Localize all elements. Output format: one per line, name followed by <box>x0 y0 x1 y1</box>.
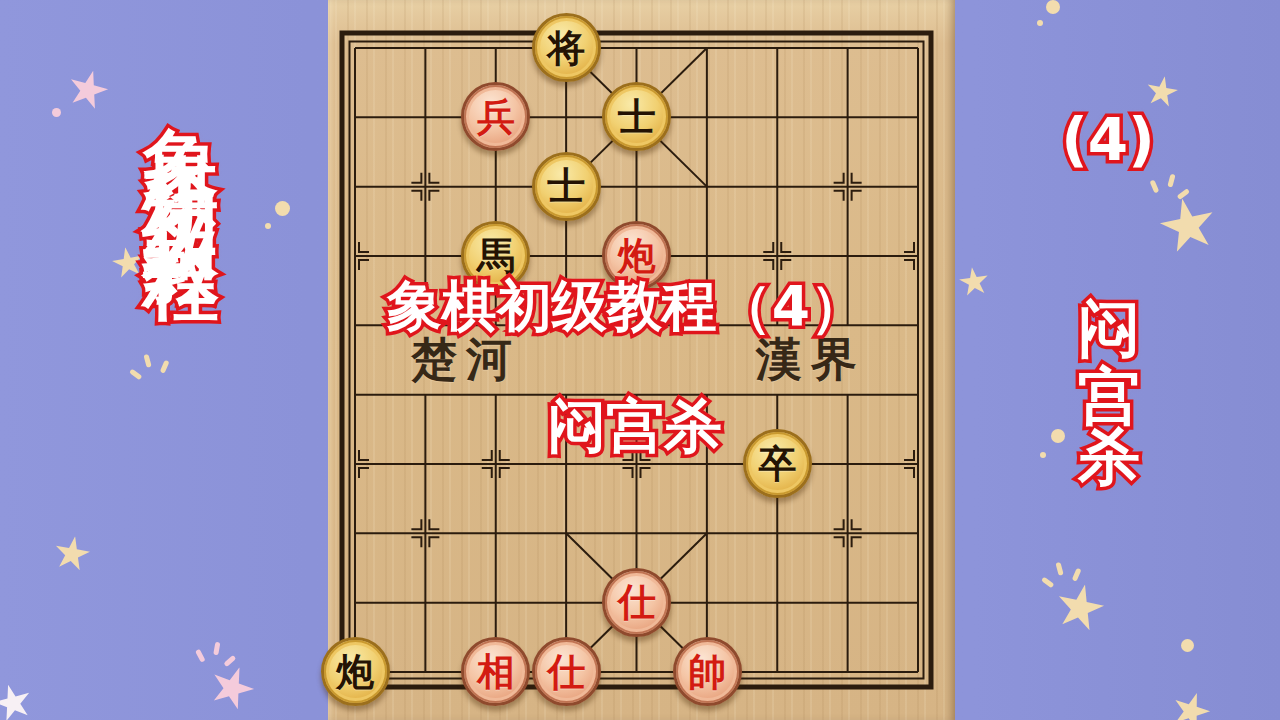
star-icon <box>51 533 93 575</box>
star-icon <box>0 680 36 720</box>
piece-red-帥[interactable]: 帥 <box>673 637 742 706</box>
overlay-title: 象棋初级教程（4） 象棋初级教程（4） <box>387 270 865 344</box>
sparkle-icon <box>127 347 174 388</box>
dot-icon <box>1037 20 1043 26</box>
star-icon <box>1155 193 1221 259</box>
star-icon <box>64 66 113 115</box>
piece-black-将[interactable]: 将 <box>532 13 601 82</box>
star-icon <box>1143 73 1180 110</box>
right-banner-title: 闷宫杀 闷宫杀 <box>1067 246 1151 438</box>
overlay-subtitle: 闷宫杀 闷宫杀 <box>548 388 722 466</box>
video-frame: 楚河 漢界 将兵士士馬炮卒仕炮相仕帥 象棋初级教程（4） 象棋初级教程（4） 闷… <box>0 0 1280 720</box>
piece-red-仕[interactable]: 仕 <box>602 568 671 637</box>
left-banner-title: 象棋初级教程 象棋初级教程 <box>130 66 233 222</box>
dot-icon <box>275 201 290 216</box>
piece-black-士[interactable]: 士 <box>532 152 601 221</box>
star-icon <box>109 244 146 281</box>
piece-grid: 将兵士士馬炮卒仕炮相仕帥 <box>320 13 954 706</box>
piece-black-炮[interactable]: 炮 <box>321 637 390 706</box>
piece-red-兵[interactable]: 兵 <box>461 82 530 151</box>
star-icon <box>1052 580 1109 637</box>
dot-icon <box>1040 452 1046 458</box>
star-icon <box>957 265 991 299</box>
dot-icon <box>52 108 61 117</box>
dot-icon <box>1181 639 1194 652</box>
piece-red-相[interactable]: 相 <box>461 637 530 706</box>
dot-icon <box>265 223 271 229</box>
dot-icon <box>1051 429 1065 443</box>
piece-red-仕[interactable]: 仕 <box>532 637 601 706</box>
piece-black-卒[interactable]: 卒 <box>743 429 812 498</box>
right-banner-number: (4) (4) <box>1061 106 1154 174</box>
star-icon <box>1167 687 1215 720</box>
dot-icon <box>1046 0 1060 14</box>
piece-black-士[interactable]: 士 <box>602 82 671 151</box>
